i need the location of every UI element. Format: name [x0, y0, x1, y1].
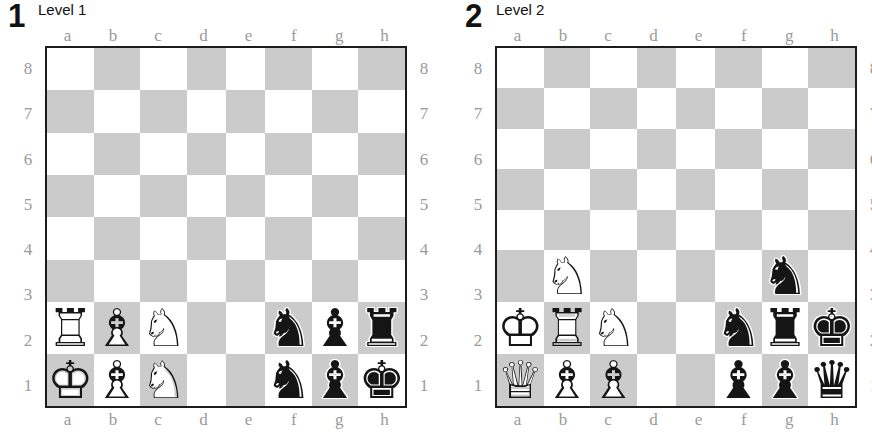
piece-black-king: ♚: [808, 302, 855, 354]
file-label-d: d: [181, 24, 226, 46]
file-label-h: h: [812, 24, 857, 46]
square-b4: [544, 210, 591, 250]
square-c3: [140, 260, 187, 302]
rank-label-6: 6: [465, 137, 491, 182]
square-h4: [808, 210, 855, 250]
piece-white-bishop: ♝♗: [544, 354, 591, 406]
file-label-a: a: [45, 408, 90, 430]
puzzle-panel-2: 2 Level 2 abcdefgh ♞♘♞♚♔♜♖♞♘♞♜♚♛♕♝♗♝♗♝♝♛…: [436, 0, 872, 436]
square-a8: [497, 48, 544, 88]
square-f2: ♞: [265, 302, 312, 354]
square-a5: [47, 175, 94, 217]
square-f3: [715, 250, 762, 302]
file-label-f: f: [271, 24, 316, 46]
piece-black-bishop: ♝: [715, 354, 762, 406]
rank-label-2: 2: [15, 318, 41, 363]
square-a3: [47, 260, 94, 302]
piece-outline: ♘: [140, 350, 187, 410]
piece-outline: ♗: [94, 298, 141, 358]
square-c4: [140, 217, 187, 259]
file-label-b: b: [540, 408, 585, 430]
rank-label-3: 3: [465, 272, 491, 317]
rank-label-4: 4: [861, 227, 872, 272]
square-c3: [590, 250, 637, 302]
file-label-f: f: [721, 24, 766, 46]
square-a3: [497, 250, 544, 302]
square-h4: [358, 217, 405, 259]
rank-labels-right: 87654321: [411, 46, 437, 408]
file-labels-bottom: abcdefgh: [45, 408, 407, 430]
piece-white-knight: ♞♘: [140, 302, 187, 354]
square-c8: [590, 48, 637, 88]
square-b5: [94, 175, 141, 217]
square-a5: [497, 169, 544, 209]
square-b3: ♞♘: [544, 250, 591, 302]
piece-outline: ♔: [497, 298, 544, 358]
rank-labels-left: 87654321: [465, 46, 491, 408]
square-g1: ♝: [312, 354, 359, 406]
square-e8: [226, 48, 265, 90]
square-c1: ♞♘: [140, 354, 187, 406]
piece-outline: ♘: [544, 246, 591, 306]
file-label-f: f: [271, 408, 316, 430]
square-d1: [637, 354, 676, 406]
piece-black-knight: ♞: [715, 302, 762, 354]
piece-outline: ♗: [544, 350, 591, 410]
file-label-b: b: [90, 408, 135, 430]
square-h1: ♚: [358, 354, 405, 406]
square-h5: [358, 175, 405, 217]
square-b4: [94, 217, 141, 259]
square-f8: [265, 48, 312, 90]
square-b1: ♝♗: [544, 354, 591, 406]
square-a6: [47, 133, 94, 175]
file-label-d: d: [631, 408, 676, 430]
square-f1: ♞: [265, 354, 312, 406]
square-g7: [762, 88, 809, 128]
piece-outline: ♖: [47, 298, 94, 358]
square-g2: ♝: [312, 302, 359, 354]
square-d2: [187, 302, 226, 354]
square-f4: [715, 210, 762, 250]
file-label-h: h: [812, 408, 857, 430]
square-f3: [265, 260, 312, 302]
chess-board: ♞♘♞♚♔♜♖♞♘♞♜♚♛♕♝♗♝♗♝♝♛: [495, 46, 857, 408]
square-e3: [226, 260, 265, 302]
rank-labels-left: 87654321: [15, 46, 41, 408]
rank-label-5: 5: [15, 182, 41, 227]
piece-outline: ♖: [544, 298, 591, 358]
piece-outline: ♔: [47, 350, 94, 410]
square-b2: ♝♗: [94, 302, 141, 354]
file-label-e: e: [676, 24, 721, 46]
rank-label-5: 5: [411, 182, 437, 227]
square-f8: [715, 48, 762, 88]
piece-white-knight: ♞♘: [590, 302, 637, 354]
square-h3: [808, 250, 855, 302]
piece-outline: ♗: [590, 350, 637, 410]
rank-label-7: 7: [465, 91, 491, 136]
square-d7: [637, 88, 676, 128]
square-e3: [676, 250, 715, 302]
square-f6: [265, 133, 312, 175]
square-h6: [358, 133, 405, 175]
square-h8: [808, 48, 855, 88]
square-c8: [140, 48, 187, 90]
square-b7: [544, 88, 591, 128]
file-label-a: a: [45, 24, 90, 46]
rank-label-2: 2: [465, 318, 491, 363]
square-e7: [226, 90, 265, 132]
file-label-e: e: [226, 408, 271, 430]
piece-black-knight: ♞: [762, 250, 809, 302]
square-a1: ♚♔: [47, 354, 94, 406]
square-g2: ♜: [762, 302, 809, 354]
rank-label-6: 6: [15, 137, 41, 182]
square-f7: [715, 88, 762, 128]
rank-labels-right: 87654321: [861, 46, 872, 408]
file-label-d: d: [631, 24, 676, 46]
file-label-a: a: [495, 24, 540, 46]
piece-black-rook: ♜: [762, 302, 809, 354]
rank-label-2: 2: [411, 318, 437, 363]
file-label-e: e: [676, 408, 721, 430]
square-b8: [544, 48, 591, 88]
square-e6: [226, 133, 265, 175]
square-h6: [808, 129, 855, 169]
square-e8: [676, 48, 715, 88]
piece-white-knight: ♞♘: [140, 354, 187, 406]
file-label-g: g: [317, 24, 362, 46]
file-label-h: h: [362, 408, 407, 430]
square-h1: ♛: [808, 354, 855, 406]
piece-black-bishop: ♝: [312, 302, 359, 354]
square-d3: [637, 250, 676, 302]
square-d6: [637, 129, 676, 169]
piece-black-queen: ♛: [808, 354, 855, 406]
square-h8: [358, 48, 405, 90]
square-d4: [187, 217, 226, 259]
square-f6: [715, 129, 762, 169]
square-h7: [808, 88, 855, 128]
file-label-f: f: [721, 408, 766, 430]
square-c7: [590, 88, 637, 128]
rank-label-7: 7: [411, 91, 437, 136]
file-label-c: c: [586, 24, 631, 46]
file-label-g: g: [767, 408, 812, 430]
file-labels-top: abcdefgh: [45, 24, 407, 46]
square-d5: [637, 169, 676, 209]
square-g5: [762, 169, 809, 209]
square-a1: ♛♕: [497, 354, 544, 406]
square-c6: [590, 129, 637, 169]
rank-label-1: 1: [465, 363, 491, 408]
square-b6: [544, 129, 591, 169]
square-e1: [676, 354, 715, 406]
rank-label-4: 4: [465, 227, 491, 272]
file-label-d: d: [181, 408, 226, 430]
file-labels-top: abcdefgh: [495, 24, 857, 46]
file-label-e: e: [226, 24, 271, 46]
square-d2: [637, 302, 676, 354]
rank-label-7: 7: [15, 91, 41, 136]
file-label-c: c: [136, 24, 181, 46]
puzzle-number: 2: [465, 0, 482, 32]
piece-white-bishop: ♝♗: [590, 354, 637, 406]
square-b5: [544, 169, 591, 209]
piece-black-knight: ♞: [265, 354, 312, 406]
piece-white-bishop: ♝♗: [94, 354, 141, 406]
rank-label-5: 5: [861, 182, 872, 227]
square-a6: [497, 129, 544, 169]
square-f7: [265, 90, 312, 132]
square-e2: [226, 302, 265, 354]
square-e2: [676, 302, 715, 354]
piece-black-rook: ♜: [358, 302, 405, 354]
square-g4: [312, 217, 359, 259]
rank-label-6: 6: [861, 137, 872, 182]
square-c2: ♞♘: [590, 302, 637, 354]
square-h2: ♜: [358, 302, 405, 354]
rank-label-1: 1: [411, 363, 437, 408]
square-b7: [94, 90, 141, 132]
piece-white-bishop: ♝♗: [94, 302, 141, 354]
square-f5: [265, 175, 312, 217]
square-f2: ♞: [715, 302, 762, 354]
file-label-g: g: [767, 24, 812, 46]
rank-label-3: 3: [411, 272, 437, 317]
file-label-c: c: [586, 408, 631, 430]
square-a7: [47, 90, 94, 132]
piece-outline: ♗: [94, 350, 141, 410]
piece-white-rook: ♜♖: [544, 302, 591, 354]
file-label-c: c: [136, 408, 181, 430]
rank-label-8: 8: [861, 46, 872, 91]
rank-label-3: 3: [15, 272, 41, 317]
rank-label-7: 7: [861, 91, 872, 136]
square-g1: ♝: [762, 354, 809, 406]
square-d3: [187, 260, 226, 302]
square-a7: [497, 88, 544, 128]
square-g3: ♞: [762, 250, 809, 302]
file-label-h: h: [362, 24, 407, 46]
square-f1: ♝: [715, 354, 762, 406]
square-c4: [590, 210, 637, 250]
square-a2: ♜♖: [47, 302, 94, 354]
square-g3: [312, 260, 359, 302]
piece-white-king: ♚♔: [497, 302, 544, 354]
square-g4: [762, 210, 809, 250]
rank-label-8: 8: [465, 46, 491, 91]
puzzle-number: 1: [8, 0, 25, 32]
square-c1: ♝♗: [590, 354, 637, 406]
square-e5: [676, 169, 715, 209]
square-e5: [226, 175, 265, 217]
square-b2: ♜♖: [544, 302, 591, 354]
square-e4: [676, 210, 715, 250]
square-c6: [140, 133, 187, 175]
square-g8: [762, 48, 809, 88]
piece-white-knight: ♞♘: [544, 250, 591, 302]
rank-label-3: 3: [861, 272, 872, 317]
square-b6: [94, 133, 141, 175]
rank-label-4: 4: [15, 227, 41, 272]
square-b8: [94, 48, 141, 90]
file-label-b: b: [90, 24, 135, 46]
piece-outline: ♘: [590, 298, 637, 358]
rank-label-8: 8: [411, 46, 437, 91]
puzzle-panel-1: 1 Level 1 abcdefgh ♜♖♝♗♞♘♞♝♜♚♔♝♗♞♘♞♝♚ ab…: [0, 0, 436, 436]
square-b3: [94, 260, 141, 302]
square-d7: [187, 90, 226, 132]
rank-label-1: 1: [15, 363, 41, 408]
rank-label-8: 8: [15, 46, 41, 91]
level-title: Level 2: [496, 1, 544, 19]
square-c5: [140, 175, 187, 217]
piece-black-bishop: ♝: [762, 354, 809, 406]
file-label-a: a: [495, 408, 540, 430]
square-f4: [265, 217, 312, 259]
chess-board: ♜♖♝♗♞♘♞♝♜♚♔♝♗♞♘♞♝♚: [45, 46, 407, 408]
rank-label-4: 4: [411, 227, 437, 272]
square-a4: [47, 217, 94, 259]
square-g8: [312, 48, 359, 90]
square-h2: ♚: [808, 302, 855, 354]
square-e4: [226, 217, 265, 259]
piece-black-bishop: ♝: [312, 354, 359, 406]
square-d5: [187, 175, 226, 217]
square-c5: [590, 169, 637, 209]
piece-outline: ♕: [497, 350, 544, 410]
square-f5: [715, 169, 762, 209]
level-title: Level 1: [38, 1, 86, 19]
square-h3: [358, 260, 405, 302]
board-wrap: abcdefgh ♜♖♝♗♞♘♞♝♜♚♔♝♗♞♘♞♝♚ abcdefgh 876…: [45, 24, 407, 430]
square-d8: [187, 48, 226, 90]
square-a2: ♚♔: [497, 302, 544, 354]
square-a4: [497, 210, 544, 250]
square-g6: [762, 129, 809, 169]
piece-white-king: ♚♔: [47, 354, 94, 406]
file-label-b: b: [540, 24, 585, 46]
board-wrap: abcdefgh ♞♘♞♚♔♜♖♞♘♞♜♚♛♕♝♗♝♗♝♝♛ abcdefgh …: [495, 24, 857, 430]
rank-label-6: 6: [411, 137, 437, 182]
square-d8: [637, 48, 676, 88]
piece-black-king: ♚: [358, 354, 405, 406]
piece-white-rook: ♜♖: [47, 302, 94, 354]
square-h7: [358, 90, 405, 132]
square-e1: [226, 354, 265, 406]
square-d6: [187, 133, 226, 175]
square-h5: [808, 169, 855, 209]
square-c2: ♞♘: [140, 302, 187, 354]
file-labels-bottom: abcdefgh: [495, 408, 857, 430]
rank-label-2: 2: [861, 318, 872, 363]
square-d4: [637, 210, 676, 250]
square-e7: [676, 88, 715, 128]
square-g6: [312, 133, 359, 175]
piece-white-queen: ♛♕: [497, 354, 544, 406]
square-a8: [47, 48, 94, 90]
rank-label-5: 5: [465, 182, 491, 227]
square-b1: ♝♗: [94, 354, 141, 406]
piece-black-knight: ♞: [265, 302, 312, 354]
rank-label-1: 1: [861, 363, 872, 408]
piece-outline: ♘: [140, 298, 187, 358]
square-c7: [140, 90, 187, 132]
square-d1: [187, 354, 226, 406]
square-g5: [312, 175, 359, 217]
file-label-g: g: [317, 408, 362, 430]
square-g7: [312, 90, 359, 132]
square-e6: [676, 129, 715, 169]
